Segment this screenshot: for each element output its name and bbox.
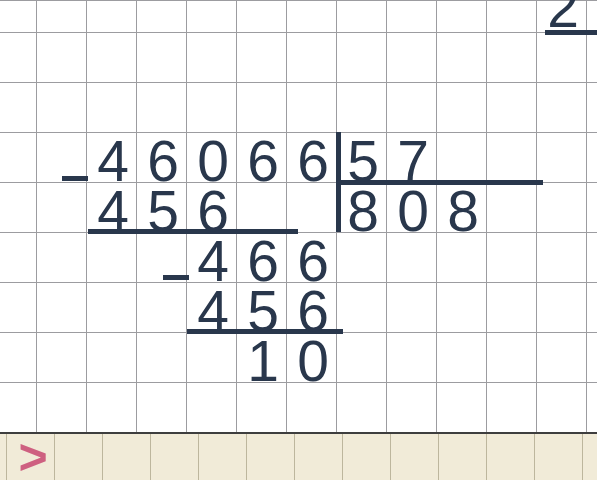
app-screen: 2460665745680846645610 > <box>0 0 597 480</box>
minus-sign-icon <box>62 176 88 181</box>
digit-cell: 4 <box>88 186 138 236</box>
minus-sign-icon <box>163 275 189 280</box>
quotient-digit: 8 <box>438 186 488 236</box>
remainder-digit: 1 <box>238 336 288 386</box>
digit-cell: 6 <box>288 136 338 186</box>
remainder-digit: 0 <box>288 336 338 386</box>
digit-cell: 5 <box>138 186 188 236</box>
prompt-chevron-icon: > <box>8 434 58 480</box>
worksheet-grid: 2460665745680846645610 <box>0 0 597 432</box>
digit-cell: 6 <box>238 136 288 186</box>
quotient-digit: 8 <box>338 186 388 236</box>
top-right-digit: 2 <box>538 0 588 32</box>
digit-cell: 4 <box>188 286 238 336</box>
quotient-digit: 0 <box>388 186 438 236</box>
answer-input-row[interactable]: > <box>0 432 597 480</box>
